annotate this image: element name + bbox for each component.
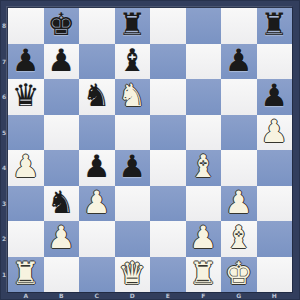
- white-pawn[interactable]: ♟: [225, 187, 253, 218]
- black-pawn[interactable]: ♟: [260, 80, 288, 111]
- square-e8[interactable]: [150, 8, 186, 44]
- square-g5[interactable]: [221, 115, 257, 151]
- black-rook[interactable]: ♜: [260, 9, 288, 40]
- square-e7[interactable]: [150, 44, 186, 80]
- file-labels: ABCDEFGH: [8, 291, 292, 300]
- square-g1[interactable]: ♚: [221, 257, 257, 293]
- square-g2[interactable]: ♝: [221, 221, 257, 257]
- file-label-b: B: [44, 291, 80, 300]
- square-c7[interactable]: [79, 44, 115, 80]
- square-h4[interactable]: [257, 150, 293, 186]
- white-knight[interactable]: ♞: [118, 80, 146, 111]
- square-h8[interactable]: ♜: [257, 8, 293, 44]
- square-g8[interactable]: [221, 8, 257, 44]
- chess-board: ♚♜♜♟♟♝♟♛♞♞♟♟♟♟♟♝♞♟♟♟♟♝♜♛♜♚: [8, 8, 292, 292]
- square-a3[interactable]: [8, 186, 44, 222]
- square-c5[interactable]: [79, 115, 115, 151]
- square-e1[interactable]: [150, 257, 186, 293]
- rank-label-6: 6: [0, 79, 8, 115]
- square-c6[interactable]: ♞: [79, 79, 115, 115]
- square-f1[interactable]: ♜: [186, 257, 222, 293]
- square-a2[interactable]: [8, 221, 44, 257]
- white-rook[interactable]: ♜: [189, 258, 217, 289]
- file-label-a: A: [8, 291, 44, 300]
- square-d7[interactable]: ♝: [115, 44, 151, 80]
- square-f7[interactable]: [186, 44, 222, 80]
- black-rook[interactable]: ♜: [118, 9, 146, 40]
- square-f4[interactable]: ♝: [186, 150, 222, 186]
- white-pawn[interactable]: ♟: [189, 222, 217, 253]
- black-pawn[interactable]: ♟: [225, 45, 253, 76]
- square-d5[interactable]: [115, 115, 151, 151]
- square-b8[interactable]: ♚: [44, 8, 80, 44]
- square-h5[interactable]: ♟: [257, 115, 293, 151]
- square-b3[interactable]: ♞: [44, 186, 80, 222]
- rank-label-4: 4: [0, 150, 8, 186]
- black-pawn[interactable]: ♟: [83, 151, 111, 182]
- file-label-d: D: [115, 291, 151, 300]
- square-e4[interactable]: [150, 150, 186, 186]
- square-d3[interactable]: [115, 186, 151, 222]
- square-f3[interactable]: [186, 186, 222, 222]
- white-king[interactable]: ♚: [225, 258, 253, 289]
- file-label-h: H: [257, 291, 293, 300]
- square-f8[interactable]: [186, 8, 222, 44]
- white-queen[interactable]: ♛: [118, 258, 146, 289]
- square-g4[interactable]: [221, 150, 257, 186]
- square-b1[interactable]: [44, 257, 80, 293]
- white-pawn[interactable]: ♟: [47, 222, 75, 253]
- square-e3[interactable]: [150, 186, 186, 222]
- chess-board-frame: 87654321 ♚♜♜♟♟♝♟♛♞♞♟♟♟♟♟♝♞♟♟♟♟♝♜♛♜♚ ABCD…: [0, 0, 300, 300]
- rank-label-8: 8: [0, 8, 8, 44]
- square-g6[interactable]: [221, 79, 257, 115]
- white-pawn[interactable]: ♟: [12, 151, 40, 182]
- square-b2[interactable]: ♟: [44, 221, 80, 257]
- square-b4[interactable]: [44, 150, 80, 186]
- rank-label-3: 3: [0, 186, 8, 222]
- black-king[interactable]: ♚: [47, 9, 75, 40]
- square-f5[interactable]: [186, 115, 222, 151]
- rank-label-1: 1: [0, 257, 8, 293]
- black-pawn[interactable]: ♟: [12, 45, 40, 76]
- white-bishop[interactable]: ♝: [189, 151, 217, 182]
- square-e5[interactable]: [150, 115, 186, 151]
- square-e6[interactable]: [150, 79, 186, 115]
- white-rook[interactable]: ♜: [12, 258, 40, 289]
- square-f6[interactable]: [186, 79, 222, 115]
- black-bishop[interactable]: ♝: [118, 45, 146, 76]
- square-d4[interactable]: ♟: [115, 150, 151, 186]
- white-pawn[interactable]: ♟: [83, 187, 111, 218]
- square-a1[interactable]: ♜: [8, 257, 44, 293]
- square-a5[interactable]: [8, 115, 44, 151]
- white-bishop[interactable]: ♝: [225, 222, 253, 253]
- square-h7[interactable]: [257, 44, 293, 80]
- square-c2[interactable]: [79, 221, 115, 257]
- rank-label-7: 7: [0, 44, 8, 80]
- square-f2[interactable]: ♟: [186, 221, 222, 257]
- square-b7[interactable]: ♟: [44, 44, 80, 80]
- square-d8[interactable]: ♜: [115, 8, 151, 44]
- rank-label-5: 5: [0, 115, 8, 151]
- square-c1[interactable]: [79, 257, 115, 293]
- square-d1[interactable]: ♛: [115, 257, 151, 293]
- rank-labels: 87654321: [0, 8, 8, 292]
- file-label-f: F: [186, 291, 222, 300]
- square-c8[interactable]: [79, 8, 115, 44]
- square-a4[interactable]: ♟: [8, 150, 44, 186]
- black-queen[interactable]: ♛: [12, 80, 40, 111]
- square-d6[interactable]: ♞: [115, 79, 151, 115]
- square-h6[interactable]: ♟: [257, 79, 293, 115]
- square-d2[interactable]: [115, 221, 151, 257]
- square-h1[interactable]: [257, 257, 293, 293]
- square-b6[interactable]: [44, 79, 80, 115]
- square-g3[interactable]: ♟: [221, 186, 257, 222]
- square-b5[interactable]: [44, 115, 80, 151]
- file-label-c: C: [79, 291, 115, 300]
- square-g7[interactable]: ♟: [221, 44, 257, 80]
- square-h3[interactable]: [257, 186, 293, 222]
- black-pawn[interactable]: ♟: [118, 151, 146, 182]
- file-label-e: E: [150, 291, 186, 300]
- square-c3[interactable]: ♟: [79, 186, 115, 222]
- square-a8[interactable]: [8, 8, 44, 44]
- file-label-g: G: [221, 291, 257, 300]
- square-a6[interactable]: ♛: [8, 79, 44, 115]
- white-pawn[interactable]: ♟: [260, 116, 288, 147]
- square-a7[interactable]: ♟: [8, 44, 44, 80]
- black-knight[interactable]: ♞: [83, 80, 111, 111]
- black-knight[interactable]: ♞: [47, 187, 75, 218]
- square-c4[interactable]: ♟: [79, 150, 115, 186]
- rank-label-2: 2: [0, 221, 8, 257]
- black-pawn[interactable]: ♟: [47, 45, 75, 76]
- square-h2[interactable]: [257, 221, 293, 257]
- square-e2[interactable]: [150, 221, 186, 257]
